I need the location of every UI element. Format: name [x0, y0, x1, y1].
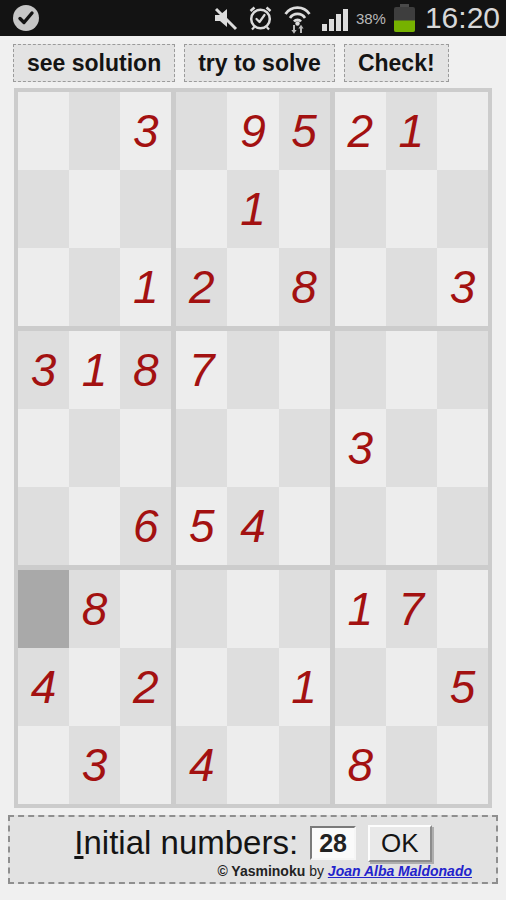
cell-r2c5[interactable]: 1: [227, 170, 278, 248]
cell-r1c9[interactable]: [437, 92, 488, 170]
cell-r7c5[interactable]: [227, 570, 278, 648]
box-1-1: 31: [18, 92, 171, 326]
cell-r7c9[interactable]: [437, 570, 488, 648]
cell-r8c2[interactable]: [69, 648, 120, 726]
cell-r9c2[interactable]: 3: [69, 726, 120, 804]
status-bar: 38% 16:20: [0, 0, 506, 36]
cell-r3c7[interactable]: [335, 248, 386, 326]
cell-r1c2[interactable]: [69, 92, 120, 170]
cell-r4c2[interactable]: 1: [69, 331, 120, 409]
checkmark-notification-icon: [10, 3, 42, 33]
box-1-3: 213: [335, 92, 488, 326]
cell-r2c7[interactable]: [335, 170, 386, 248]
box-3-1: 8423: [18, 570, 171, 804]
cell-r2c9[interactable]: [437, 170, 488, 248]
cell-r6c4[interactable]: 5: [176, 487, 227, 565]
cell-r3c1[interactable]: [18, 248, 69, 326]
cell-r8c4[interactable]: [176, 648, 227, 726]
cell-r4c3[interactable]: 8: [120, 331, 171, 409]
cell-r5c2[interactable]: [69, 409, 120, 487]
cell-r6c7[interactable]: [335, 487, 386, 565]
toolbar: see solution try to solve Check!: [13, 44, 506, 82]
cell-r6c1[interactable]: [18, 487, 69, 565]
cell-r3c3[interactable]: 1: [120, 248, 171, 326]
box-3-3: 1758: [335, 570, 488, 804]
cell-r5c3[interactable]: [120, 409, 171, 487]
footer-panel: Initial numbers: OK © Yasminoku by Joan …: [8, 815, 498, 884]
cell-r4c7[interactable]: [335, 331, 386, 409]
battery-percent: 38%: [356, 10, 386, 27]
cell-r3c6[interactable]: 8: [279, 248, 330, 326]
cell-r5c8[interactable]: [386, 409, 437, 487]
cell-r2c8[interactable]: [386, 170, 437, 248]
credit-copyright: © Yasminoku: [217, 863, 305, 879]
cell-r7c1[interactable]: [18, 570, 69, 648]
cell-r3c5[interactable]: [227, 248, 278, 326]
box-2-1: 3186: [18, 331, 171, 565]
cell-r1c7[interactable]: 2: [335, 92, 386, 170]
cell-r9c4[interactable]: 4: [176, 726, 227, 804]
app-screen: 38% 16:20 see solution try to solve Chec…: [0, 0, 506, 900]
cell-r7c6[interactable]: [279, 570, 330, 648]
check-button[interactable]: Check!: [344, 44, 449, 82]
initial-numbers-input[interactable]: [310, 826, 356, 860]
cell-r8c5[interactable]: [227, 648, 278, 726]
cell-r9c7[interactable]: 8: [335, 726, 386, 804]
cell-r2c3[interactable]: [120, 170, 171, 248]
wifi-updown-icon: [282, 3, 313, 34]
box-2-2: 754: [176, 331, 329, 565]
author-link[interactable]: Joan Alba Maldonado: [328, 863, 472, 879]
cell-r1c5[interactable]: 9: [227, 92, 278, 170]
cell-r7c3[interactable]: [120, 570, 171, 648]
cell-r6c5[interactable]: 4: [227, 487, 278, 565]
credit-by: by: [309, 863, 324, 879]
cell-r4c1[interactable]: 3: [18, 331, 69, 409]
cell-r6c8[interactable]: [386, 487, 437, 565]
cell-r7c8[interactable]: 7: [386, 570, 437, 648]
cell-r4c4[interactable]: 7: [176, 331, 227, 409]
cell-r3c9[interactable]: 3: [437, 248, 488, 326]
box-2-3: 3: [335, 331, 488, 565]
cell-r9c6[interactable]: [279, 726, 330, 804]
cell-r2c2[interactable]: [69, 170, 120, 248]
cell-r7c2[interactable]: 8: [69, 570, 120, 648]
try-to-solve-button[interactable]: try to solve: [184, 44, 335, 82]
cell-r6c2[interactable]: [69, 487, 120, 565]
cell-r3c4[interactable]: 2: [176, 248, 227, 326]
cell-r2c6[interactable]: [279, 170, 330, 248]
cell-r4c9[interactable]: [437, 331, 488, 409]
battery-icon: [393, 4, 416, 33]
cell-r5c9[interactable]: [437, 409, 488, 487]
initial-numbers-label: Initial numbers:: [74, 824, 298, 862]
cell-r9c5[interactable]: [227, 726, 278, 804]
cell-r1c1[interactable]: [18, 92, 69, 170]
cell-r1c4[interactable]: [176, 92, 227, 170]
cell-r5c6[interactable]: [279, 409, 330, 487]
cell-r6c6[interactable]: [279, 487, 330, 565]
cell-r2c4[interactable]: [176, 170, 227, 248]
cell-r6c3[interactable]: 6: [120, 487, 171, 565]
cell-r1c6[interactable]: 5: [279, 92, 330, 170]
cell-r6c9[interactable]: [437, 487, 488, 565]
cell-r9c1[interactable]: [18, 726, 69, 804]
signal-bars-icon: [320, 5, 349, 31]
mute-icon: [212, 5, 239, 32]
cell-r4c6[interactable]: [279, 331, 330, 409]
cell-r2c1[interactable]: [18, 170, 69, 248]
cell-r3c2[interactable]: [69, 248, 120, 326]
cell-r8c9[interactable]: 5: [437, 648, 488, 726]
alarm-icon: [246, 4, 275, 33]
cell-r1c3[interactable]: 3: [120, 92, 171, 170]
cell-r7c7[interactable]: 1: [335, 570, 386, 648]
box-3-2: 14: [176, 570, 329, 804]
sudoku-board: 3195128213318675438423141758: [14, 88, 492, 808]
cell-r8c1[interactable]: 4: [18, 648, 69, 726]
cell-r5c4[interactable]: [176, 409, 227, 487]
box-1-2: 95128: [176, 92, 329, 326]
cell-r8c3[interactable]: 2: [120, 648, 171, 726]
cell-r4c5[interactable]: [227, 331, 278, 409]
cell-r9c9[interactable]: [437, 726, 488, 804]
cell-r8c8[interactable]: [386, 648, 437, 726]
see-solution-button[interactable]: see solution: [13, 44, 175, 82]
cell-r1c8[interactable]: 1: [386, 92, 437, 170]
cell-r8c6[interactable]: 1: [279, 648, 330, 726]
cell-r8c7[interactable]: [335, 648, 386, 726]
cell-r9c8[interactable]: [386, 726, 437, 804]
cell-r5c1[interactable]: [18, 409, 69, 487]
clock: 16:20: [425, 1, 500, 35]
cell-r3c8[interactable]: [386, 248, 437, 326]
cell-r5c7[interactable]: 3: [335, 409, 386, 487]
cell-r7c4[interactable]: [176, 570, 227, 648]
ok-button[interactable]: OK: [368, 825, 432, 862]
cell-r5c5[interactable]: [227, 409, 278, 487]
credit-line: © Yasminoku by Joan Alba Maldonado: [20, 863, 486, 879]
cell-r4c8[interactable]: [386, 331, 437, 409]
cell-r9c3[interactable]: [120, 726, 171, 804]
